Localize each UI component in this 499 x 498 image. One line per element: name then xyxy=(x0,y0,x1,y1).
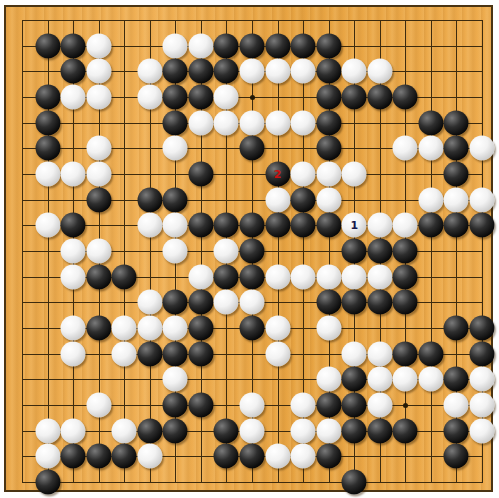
black-stone[interactable] xyxy=(367,239,392,264)
white-stone[interactable] xyxy=(188,110,213,135)
move-number-label: 1 xyxy=(350,220,358,231)
white-stone[interactable] xyxy=(291,110,316,135)
white-stone[interactable] xyxy=(240,393,265,418)
white-stone[interactable] xyxy=(470,418,495,443)
black-stone[interactable] xyxy=(188,290,213,315)
black-stone[interactable] xyxy=(214,418,239,443)
black-stone[interactable] xyxy=(291,187,316,212)
black-stone[interactable] xyxy=(291,213,316,238)
black-stone[interactable] xyxy=(444,316,469,341)
white-stone[interactable] xyxy=(470,393,495,418)
white-stone[interactable] xyxy=(61,239,86,264)
black-stone[interactable] xyxy=(86,444,111,469)
white-stone[interactable] xyxy=(112,341,137,366)
white-stone[interactable] xyxy=(265,444,290,469)
black-stone[interactable] xyxy=(291,33,316,58)
white-stone[interactable] xyxy=(137,213,162,238)
white-stone[interactable] xyxy=(137,316,162,341)
black-stone[interactable] xyxy=(61,444,86,469)
black-stone[interactable] xyxy=(418,341,443,366)
black-stone[interactable] xyxy=(112,264,137,289)
move-number-label: 2 xyxy=(274,169,282,180)
white-stone[interactable] xyxy=(214,85,239,110)
white-stone[interactable] xyxy=(35,418,60,443)
white-stone[interactable] xyxy=(367,59,392,84)
white-stone[interactable] xyxy=(86,136,111,161)
black-stone[interactable] xyxy=(316,110,341,135)
white-stone[interactable]: 1 xyxy=(342,213,367,238)
black-stone[interactable] xyxy=(214,213,239,238)
white-stone[interactable] xyxy=(112,418,137,443)
black-stone[interactable] xyxy=(188,85,213,110)
black-stone[interactable] xyxy=(188,59,213,84)
white-stone[interactable] xyxy=(163,316,188,341)
black-stone[interactable] xyxy=(240,264,265,289)
white-stone[interactable] xyxy=(316,418,341,443)
grid-line-vertical xyxy=(22,20,23,483)
white-stone[interactable] xyxy=(342,59,367,84)
black-stone[interactable] xyxy=(265,33,290,58)
black-stone[interactable] xyxy=(418,213,443,238)
white-stone[interactable] xyxy=(342,264,367,289)
black-stone[interactable] xyxy=(240,33,265,58)
black-stone[interactable] xyxy=(444,367,469,392)
white-stone[interactable] xyxy=(61,316,86,341)
black-stone[interactable] xyxy=(240,444,265,469)
black-stone[interactable] xyxy=(470,316,495,341)
white-stone[interactable] xyxy=(291,393,316,418)
black-stone[interactable] xyxy=(240,213,265,238)
black-stone[interactable] xyxy=(342,290,367,315)
black-stone[interactable] xyxy=(137,418,162,443)
black-stone[interactable] xyxy=(444,136,469,161)
black-stone[interactable] xyxy=(163,187,188,212)
black-stone[interactable] xyxy=(163,341,188,366)
black-stone[interactable] xyxy=(188,316,213,341)
black-stone[interactable] xyxy=(444,213,469,238)
black-stone[interactable]: 2 xyxy=(265,162,290,187)
black-stone[interactable] xyxy=(393,341,418,366)
black-stone[interactable] xyxy=(240,136,265,161)
black-stone[interactable] xyxy=(342,239,367,264)
white-stone[interactable] xyxy=(316,187,341,212)
white-stone[interactable] xyxy=(393,136,418,161)
black-stone[interactable] xyxy=(316,290,341,315)
white-stone[interactable] xyxy=(444,187,469,212)
grid-line-vertical xyxy=(124,20,125,483)
black-stone[interactable] xyxy=(86,316,111,341)
black-stone[interactable] xyxy=(188,341,213,366)
white-stone[interactable] xyxy=(393,213,418,238)
black-stone[interactable] xyxy=(470,341,495,366)
white-stone[interactable] xyxy=(61,341,86,366)
white-stone[interactable] xyxy=(367,367,392,392)
black-stone[interactable] xyxy=(35,85,60,110)
black-stone[interactable] xyxy=(163,393,188,418)
white-stone[interactable] xyxy=(163,367,188,392)
star-point xyxy=(250,95,255,100)
white-stone[interactable] xyxy=(35,444,60,469)
black-stone[interactable] xyxy=(61,59,86,84)
white-stone[interactable] xyxy=(265,264,290,289)
white-stone[interactable] xyxy=(137,444,162,469)
black-stone[interactable] xyxy=(316,33,341,58)
white-stone[interactable] xyxy=(444,393,469,418)
white-stone[interactable] xyxy=(291,264,316,289)
black-stone[interactable] xyxy=(342,418,367,443)
white-stone[interactable] xyxy=(367,213,392,238)
white-stone[interactable] xyxy=(291,418,316,443)
black-stone[interactable] xyxy=(265,213,290,238)
white-stone[interactable] xyxy=(367,393,392,418)
black-stone[interactable] xyxy=(444,162,469,187)
white-stone[interactable] xyxy=(35,213,60,238)
white-stone[interactable] xyxy=(316,264,341,289)
black-stone[interactable] xyxy=(86,264,111,289)
black-stone[interactable] xyxy=(444,444,469,469)
white-stone[interactable] xyxy=(265,110,290,135)
star-point xyxy=(403,403,408,408)
black-stone[interactable] xyxy=(444,110,469,135)
black-stone[interactable] xyxy=(163,85,188,110)
black-stone[interactable] xyxy=(418,110,443,135)
black-stone[interactable] xyxy=(470,213,495,238)
black-stone[interactable] xyxy=(393,290,418,315)
black-stone[interactable] xyxy=(188,393,213,418)
white-stone[interactable] xyxy=(137,59,162,84)
white-stone[interactable] xyxy=(214,290,239,315)
white-stone[interactable] xyxy=(188,33,213,58)
black-stone[interactable] xyxy=(214,59,239,84)
black-stone[interactable] xyxy=(61,33,86,58)
white-stone[interactable] xyxy=(86,33,111,58)
black-stone[interactable] xyxy=(316,213,341,238)
white-stone[interactable] xyxy=(240,290,265,315)
go-board[interactable]: 21 xyxy=(4,5,493,492)
black-stone[interactable] xyxy=(35,110,60,135)
white-stone[interactable] xyxy=(163,213,188,238)
white-stone[interactable] xyxy=(61,418,86,443)
black-stone[interactable] xyxy=(163,418,188,443)
black-stone[interactable] xyxy=(367,85,392,110)
white-stone[interactable] xyxy=(86,393,111,418)
black-stone[interactable] xyxy=(393,418,418,443)
white-stone[interactable] xyxy=(291,162,316,187)
black-stone[interactable] xyxy=(163,290,188,315)
black-stone[interactable] xyxy=(342,85,367,110)
white-stone[interactable] xyxy=(393,367,418,392)
white-stone[interactable] xyxy=(470,367,495,392)
white-stone[interactable] xyxy=(265,316,290,341)
white-stone[interactable] xyxy=(86,59,111,84)
white-stone[interactable] xyxy=(112,316,137,341)
grid-line-vertical xyxy=(431,20,432,483)
black-stone[interactable] xyxy=(367,290,392,315)
black-stone[interactable] xyxy=(316,393,341,418)
white-stone[interactable] xyxy=(316,162,341,187)
white-stone[interactable] xyxy=(214,239,239,264)
white-stone[interactable] xyxy=(61,162,86,187)
white-stone[interactable] xyxy=(265,59,290,84)
black-stone[interactable] xyxy=(393,85,418,110)
white-stone[interactable] xyxy=(86,162,111,187)
black-stone[interactable] xyxy=(35,136,60,161)
white-stone[interactable] xyxy=(240,59,265,84)
black-stone[interactable] xyxy=(316,444,341,469)
black-stone[interactable] xyxy=(240,316,265,341)
black-stone[interactable] xyxy=(342,470,367,495)
white-stone[interactable] xyxy=(137,85,162,110)
white-stone[interactable] xyxy=(188,264,213,289)
white-stone[interactable] xyxy=(163,239,188,264)
screenshot-root: 21 xyxy=(0,0,499,498)
white-stone[interactable] xyxy=(240,418,265,443)
white-stone[interactable] xyxy=(470,187,495,212)
white-stone[interactable] xyxy=(35,162,60,187)
black-stone[interactable] xyxy=(316,85,341,110)
black-stone[interactable] xyxy=(163,110,188,135)
black-stone[interactable] xyxy=(367,418,392,443)
black-stone[interactable] xyxy=(393,239,418,264)
white-stone[interactable] xyxy=(316,316,341,341)
white-stone[interactable] xyxy=(418,367,443,392)
white-stone[interactable] xyxy=(86,239,111,264)
white-stone[interactable] xyxy=(163,33,188,58)
black-stone[interactable] xyxy=(214,444,239,469)
black-stone[interactable] xyxy=(188,162,213,187)
black-stone[interactable] xyxy=(342,393,367,418)
white-stone[interactable] xyxy=(61,264,86,289)
white-stone[interactable] xyxy=(367,341,392,366)
white-stone[interactable] xyxy=(470,136,495,161)
black-stone[interactable] xyxy=(188,213,213,238)
white-stone[interactable] xyxy=(367,264,392,289)
white-stone[interactable] xyxy=(418,187,443,212)
black-stone[interactable] xyxy=(444,418,469,443)
grid-line-vertical xyxy=(278,20,279,483)
black-stone[interactable] xyxy=(240,239,265,264)
black-stone[interactable] xyxy=(393,264,418,289)
white-stone[interactable] xyxy=(342,341,367,366)
white-stone[interactable] xyxy=(342,162,367,187)
white-stone[interactable] xyxy=(240,110,265,135)
white-stone[interactable] xyxy=(214,110,239,135)
black-stone[interactable] xyxy=(316,59,341,84)
black-stone[interactable] xyxy=(112,444,137,469)
black-stone[interactable] xyxy=(137,341,162,366)
white-stone[interactable] xyxy=(163,136,188,161)
black-stone[interactable] xyxy=(342,367,367,392)
white-stone[interactable] xyxy=(61,85,86,110)
black-stone[interactable] xyxy=(86,187,111,212)
white-stone[interactable] xyxy=(291,59,316,84)
black-stone[interactable] xyxy=(214,33,239,58)
black-stone[interactable] xyxy=(35,470,60,495)
black-stone[interactable] xyxy=(137,187,162,212)
white-stone[interactable] xyxy=(418,136,443,161)
black-stone[interactable] xyxy=(316,136,341,161)
white-stone[interactable] xyxy=(291,444,316,469)
white-stone[interactable] xyxy=(86,85,111,110)
black-stone[interactable] xyxy=(61,213,86,238)
white-stone[interactable] xyxy=(265,341,290,366)
black-stone[interactable] xyxy=(35,33,60,58)
white-stone[interactable] xyxy=(316,367,341,392)
black-stone[interactable] xyxy=(214,264,239,289)
white-stone[interactable] xyxy=(137,290,162,315)
white-stone[interactable] xyxy=(265,187,290,212)
black-stone[interactable] xyxy=(163,59,188,84)
